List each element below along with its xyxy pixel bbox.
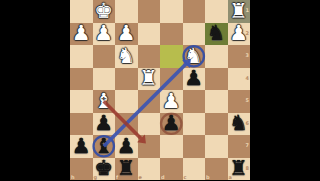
square-a1[interactable]: ♜1	[228, 0, 251, 23]
square-g8[interactable]: ♚g	[93, 158, 116, 181]
white-pawn-piece: ♟	[160, 90, 183, 113]
square-h4[interactable]	[70, 68, 93, 91]
square-g1[interactable]: ♚	[93, 0, 116, 23]
video-frame: ♚♜1♟♟♟♞♟2♞♞3♜♟4♝♟5♟♟♞6♟♝♟7h♚g♜fedcb♜8a	[0, 0, 320, 180]
coordinate-rank-label: 4	[246, 76, 249, 81]
black-knight-piece: ♞	[205, 23, 228, 46]
square-a2[interactable]: ♟2	[228, 23, 251, 46]
black-rook-piece: ♜	[115, 158, 138, 181]
coordinate-rank-label: 1	[246, 8, 249, 13]
white-pawn-piece: ♟	[228, 23, 251, 46]
square-f3[interactable]: ♞	[115, 45, 138, 68]
black-king-piece: ♚	[93, 158, 116, 181]
square-f7[interactable]: ♟	[115, 135, 138, 158]
square-g5[interactable]: ♝	[93, 90, 116, 113]
square-b4[interactable]	[205, 68, 228, 91]
square-e2[interactable]	[138, 23, 161, 46]
coordinate-rank-label: 2	[246, 31, 249, 36]
square-d8[interactable]: d	[160, 158, 183, 181]
square-c5[interactable]	[183, 90, 206, 113]
square-h3[interactable]	[70, 45, 93, 68]
square-c2[interactable]	[183, 23, 206, 46]
black-rook-piece: ♜	[228, 158, 251, 181]
letterbox-right	[250, 0, 320, 180]
coordinate-file-label: d	[161, 175, 165, 180]
black-pawn-piece: ♟	[93, 113, 116, 136]
square-a7[interactable]: 7	[228, 135, 251, 158]
square-e6[interactable]	[138, 113, 161, 136]
square-f1[interactable]	[115, 0, 138, 23]
square-e1[interactable]	[138, 0, 161, 23]
square-b7[interactable]	[205, 135, 228, 158]
square-a3[interactable]: 3	[228, 45, 251, 68]
coordinate-rank-label: 5	[246, 98, 249, 103]
coordinate-file-label: h	[71, 175, 75, 180]
square-h2[interactable]: ♟	[70, 23, 93, 46]
square-b6[interactable]	[205, 113, 228, 136]
white-king-piece: ♚	[93, 0, 116, 23]
square-a6[interactable]: ♞6	[228, 113, 251, 136]
square-g4[interactable]	[93, 68, 116, 91]
white-pawn-piece: ♟	[115, 23, 138, 46]
black-pawn-piece: ♟	[70, 135, 93, 158]
square-f2[interactable]: ♟	[115, 23, 138, 46]
coordinate-file-label: g	[94, 175, 98, 180]
square-d5[interactable]: ♟	[160, 90, 183, 113]
coordinate-rank-label: 7	[246, 143, 249, 148]
square-c1[interactable]	[183, 0, 206, 23]
coordinate-rank-label: 3	[246, 53, 249, 58]
square-g3[interactable]	[93, 45, 116, 68]
square-b1[interactable]	[205, 0, 228, 23]
coordinate-rank-label: 8	[246, 166, 249, 171]
square-h1[interactable]	[70, 0, 93, 23]
black-pawn-piece: ♟	[183, 68, 206, 91]
square-d2[interactable]	[160, 23, 183, 46]
square-c7[interactable]	[183, 135, 206, 158]
square-e8[interactable]: e	[138, 158, 161, 181]
white-knight-piece: ♞	[115, 45, 138, 68]
white-bishop-piece: ♝	[93, 90, 116, 113]
square-b2[interactable]: ♞	[205, 23, 228, 46]
square-e4[interactable]: ♜	[138, 68, 161, 91]
black-bishop-piece: ♝	[93, 135, 116, 158]
square-h5[interactable]	[70, 90, 93, 113]
coordinate-file-label: f	[116, 175, 118, 180]
square-a5[interactable]: 5	[228, 90, 251, 113]
square-d7[interactable]	[160, 135, 183, 158]
square-f8[interactable]: ♜f	[115, 158, 138, 181]
square-g6[interactable]: ♟	[93, 113, 116, 136]
letterbox-left	[0, 0, 70, 180]
coordinate-file-label: e	[139, 175, 142, 180]
square-a8[interactable]: ♜8a	[228, 158, 251, 181]
square-f4[interactable]	[115, 68, 138, 91]
square-d6[interactable]: ♟	[160, 113, 183, 136]
chess-board[interactable]: ♚♜1♟♟♟♞♟2♞♞3♜♟4♝♟5♟♟♞6♟♝♟7h♚g♜fedcb♜8a	[70, 0, 250, 180]
square-g7[interactable]: ♝	[93, 135, 116, 158]
square-b8[interactable]: b	[205, 158, 228, 181]
square-d4[interactable]	[160, 68, 183, 91]
square-e7[interactable]	[138, 135, 161, 158]
square-h8[interactable]: h	[70, 158, 93, 181]
square-e3[interactable]	[138, 45, 161, 68]
black-knight-piece: ♞	[228, 113, 251, 136]
square-c6[interactable]	[183, 113, 206, 136]
black-pawn-piece: ♟	[160, 113, 183, 136]
square-b3[interactable]	[205, 45, 228, 68]
square-c3[interactable]: ♞	[183, 45, 206, 68]
square-g2[interactable]: ♟	[93, 23, 116, 46]
black-pawn-piece: ♟	[115, 135, 138, 158]
square-b5[interactable]	[205, 90, 228, 113]
square-c4[interactable]: ♟	[183, 68, 206, 91]
square-d1[interactable]	[160, 0, 183, 23]
square-f6[interactable]	[115, 113, 138, 136]
square-f5[interactable]	[115, 90, 138, 113]
square-c8[interactable]: c	[183, 158, 206, 181]
coordinate-file-label: c	[184, 175, 187, 180]
white-rook-piece: ♜	[228, 0, 251, 23]
square-h7[interactable]: ♟	[70, 135, 93, 158]
square-d3[interactable]	[160, 45, 183, 68]
square-e5[interactable]	[138, 90, 161, 113]
coordinate-file-label: a	[229, 175, 232, 180]
white-pawn-piece: ♟	[70, 23, 93, 46]
square-a4[interactable]: 4	[228, 68, 251, 91]
square-h6[interactable]	[70, 113, 93, 136]
white-knight-piece: ♞	[183, 45, 206, 68]
white-pawn-piece: ♟	[93, 23, 116, 46]
coordinate-file-label: b	[206, 175, 210, 180]
white-rook-piece: ♜	[138, 68, 161, 91]
coordinate-rank-label: 6	[246, 121, 249, 126]
